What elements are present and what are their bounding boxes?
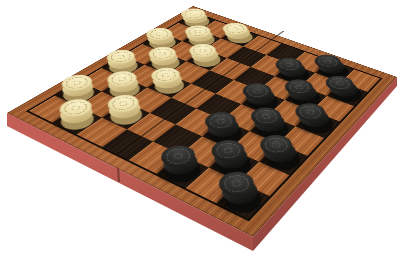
dark-piece-h8[interactable]	[218, 183, 268, 218]
dark-piece-f8[interactable]	[158, 155, 207, 187]
piece-layer	[7, 6, 397, 237]
dark-piece-h6[interactable]	[261, 144, 306, 174]
checkers-board	[7, 6, 397, 237]
dark-piece-h4[interactable]	[297, 111, 339, 137]
light-piece-b8[interactable]	[54, 107, 101, 133]
light-piece-c3[interactable]	[188, 50, 226, 70]
light-piece-c1[interactable]	[222, 28, 257, 45]
dark-piece-h2[interactable]	[328, 83, 366, 106]
light-piece-c5[interactable]	[149, 75, 190, 97]
light-piece-c7[interactable]	[104, 103, 149, 129]
scene	[0, 0, 400, 256]
